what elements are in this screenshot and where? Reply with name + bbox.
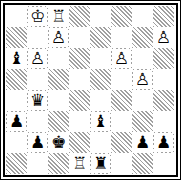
square-h5[interactable]: [153, 69, 174, 90]
square-b1[interactable]: [27, 153, 48, 174]
square-g4[interactable]: [132, 90, 153, 111]
piece-black-pawn-a3[interactable]: ♟: [7, 112, 26, 131]
square-e1[interactable]: ♜: [90, 153, 111, 174]
square-e2[interactable]: [90, 132, 111, 153]
square-d3[interactable]: [69, 111, 90, 132]
square-c1[interactable]: [48, 153, 69, 174]
square-g2[interactable]: ♟: [132, 132, 153, 153]
square-g6[interactable]: [132, 48, 153, 69]
square-e7[interactable]: [90, 27, 111, 48]
square-c3[interactable]: [48, 111, 69, 132]
square-c7[interactable]: ♙: [48, 27, 69, 48]
square-f4[interactable]: [111, 90, 132, 111]
piece-white-rook-d1[interactable]: ♖: [70, 154, 89, 173]
square-a7[interactable]: [6, 27, 27, 48]
square-b5[interactable]: [27, 69, 48, 90]
square-a1[interactable]: [6, 153, 27, 174]
square-f3[interactable]: [111, 111, 132, 132]
piece-black-pawn-b2[interactable]: ♟: [28, 133, 47, 152]
piece-black-queen-b4[interactable]: ♛: [28, 91, 47, 110]
square-g1[interactable]: [132, 153, 153, 174]
piece-white-pawn-h7[interactable]: ♙: [154, 28, 173, 47]
square-e3[interactable]: ♝: [90, 111, 111, 132]
square-g3[interactable]: [132, 111, 153, 132]
square-d7[interactable]: [69, 27, 90, 48]
square-f7[interactable]: [111, 27, 132, 48]
square-d6[interactable]: [69, 48, 90, 69]
square-g5[interactable]: ♙: [132, 69, 153, 90]
piece-white-pawn-c7[interactable]: ♙: [49, 28, 68, 47]
square-h8[interactable]: [153, 6, 174, 27]
square-e4[interactable]: [90, 90, 111, 111]
square-c6[interactable]: [48, 48, 69, 69]
square-d2[interactable]: [69, 132, 90, 153]
piece-black-rook-e1[interactable]: ♜: [91, 154, 110, 173]
piece-black-bishop-a6[interactable]: ♝: [7, 49, 26, 68]
square-h1[interactable]: [153, 153, 174, 174]
square-a8[interactable]: [6, 6, 27, 27]
square-g7[interactable]: [132, 27, 153, 48]
square-h7[interactable]: ♙: [153, 27, 174, 48]
square-g8[interactable]: [132, 6, 153, 27]
square-a5[interactable]: [6, 69, 27, 90]
piece-white-king-b8[interactable]: ♔: [28, 7, 47, 26]
square-f8[interactable]: [111, 6, 132, 27]
square-f6[interactable]: ♙: [111, 48, 132, 69]
square-a4[interactable]: [6, 90, 27, 111]
square-h2[interactable]: ♟: [153, 132, 174, 153]
square-d4[interactable]: [69, 90, 90, 111]
square-f1[interactable]: [111, 153, 132, 174]
square-e5[interactable]: [90, 69, 111, 90]
square-a2[interactable]: [6, 132, 27, 153]
square-b2[interactable]: ♟: [27, 132, 48, 153]
chess-board: ♔♖♙♙♝♙♙♙♛♟♝♟♚♟♟♖♜: [6, 6, 174, 174]
piece-black-bishop-e3[interactable]: ♝: [91, 112, 110, 131]
square-b7[interactable]: [27, 27, 48, 48]
square-d5[interactable]: [69, 69, 90, 90]
square-b6[interactable]: ♙: [27, 48, 48, 69]
square-h4[interactable]: [153, 90, 174, 111]
piece-black-pawn-g2[interactable]: ♟: [133, 133, 152, 152]
square-b4[interactable]: ♛: [27, 90, 48, 111]
square-c8[interactable]: ♖: [48, 6, 69, 27]
square-c2[interactable]: ♚: [48, 132, 69, 153]
square-e6[interactable]: [90, 48, 111, 69]
square-e8[interactable]: [90, 6, 111, 27]
square-b3[interactable]: [27, 111, 48, 132]
piece-white-pawn-b6[interactable]: ♙: [28, 49, 47, 68]
square-d1[interactable]: ♖: [69, 153, 90, 174]
square-f2[interactable]: [111, 132, 132, 153]
chess-diagram: ♔♖♙♙♝♙♙♙♛♟♝♟♚♟♟♖♜: [0, 0, 181, 180]
square-a6[interactable]: ♝: [6, 48, 27, 69]
piece-white-pawn-g5[interactable]: ♙: [133, 70, 152, 89]
piece-black-pawn-h2[interactable]: ♟: [154, 133, 173, 152]
piece-white-rook-c8[interactable]: ♖: [49, 7, 68, 26]
square-c5[interactable]: [48, 69, 69, 90]
piece-white-pawn-f6[interactable]: ♙: [112, 49, 131, 68]
piece-black-king-c2[interactable]: ♚: [49, 133, 68, 152]
square-f5[interactable]: [111, 69, 132, 90]
square-h3[interactable]: [153, 111, 174, 132]
square-a3[interactable]: ♟: [6, 111, 27, 132]
square-h6[interactable]: [153, 48, 174, 69]
square-d8[interactable]: [69, 6, 90, 27]
square-c4[interactable]: [48, 90, 69, 111]
square-b8[interactable]: ♔: [27, 6, 48, 27]
